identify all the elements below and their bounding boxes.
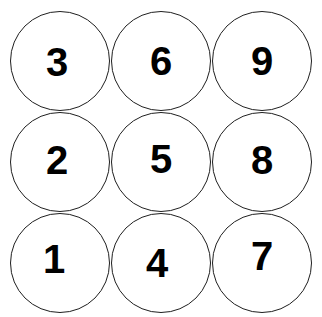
circle-cell-r0c1[interactable]: 6 bbox=[111, 11, 211, 111]
circle-cell-r0c2[interactable]: 9 bbox=[212, 11, 312, 111]
circle-cell-r2c2[interactable]: 7 bbox=[212, 213, 312, 313]
cell-digit: 4 bbox=[146, 243, 168, 283]
circle-cell-r0c0[interactable]: 3 bbox=[10, 11, 110, 111]
circle-cell-r1c2[interactable]: 8 bbox=[212, 112, 312, 212]
circle-cell-r2c0[interactable]: 1 bbox=[10, 213, 110, 313]
circle-cell-r1c1[interactable]: 5 bbox=[111, 112, 211, 212]
cell-digit: 9 bbox=[251, 41, 273, 81]
circle-cell-r1c0[interactable]: 2 bbox=[10, 112, 110, 212]
circle-cell-r2c1[interactable]: 4 bbox=[111, 213, 211, 313]
cell-digit: 8 bbox=[251, 140, 273, 180]
cell-digit: 3 bbox=[46, 42, 68, 82]
puzzle-canvas: 3 6 9 2 5 8 1 4 7 bbox=[0, 0, 322, 317]
cell-digit: 6 bbox=[150, 41, 172, 81]
cell-digit: 1 bbox=[43, 239, 65, 279]
cell-digit: 5 bbox=[150, 139, 172, 179]
cell-digit: 2 bbox=[46, 140, 68, 180]
cell-digit: 7 bbox=[251, 236, 273, 276]
number-circle-board: 3 6 9 2 5 8 1 4 7 bbox=[10, 11, 312, 313]
